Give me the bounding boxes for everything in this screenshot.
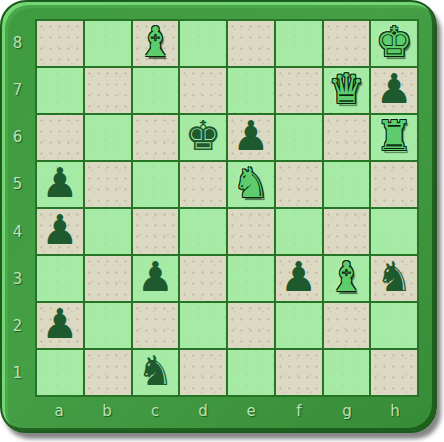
square-b4[interactable] (85, 209, 131, 254)
piece-black-pawn[interactable]: ♟ (41, 304, 78, 345)
file-label-h: h (371, 397, 419, 425)
square-a7[interactable] (37, 68, 83, 113)
square-b3[interactable] (85, 256, 131, 301)
piece-black-knight[interactable]: ♞ (137, 351, 174, 392)
square-c2[interactable] (133, 303, 179, 348)
piece-white-queen[interactable]: ♛ (328, 69, 365, 110)
square-g6[interactable] (324, 115, 370, 160)
square-g1[interactable] (324, 350, 370, 395)
square-h5[interactable] (371, 162, 417, 207)
square-f6[interactable] (276, 115, 322, 160)
square-d3[interactable] (180, 256, 226, 301)
square-d4[interactable] (180, 209, 226, 254)
square-f1[interactable] (276, 350, 322, 395)
rank-label-8: 8 (0, 19, 35, 66)
square-h7[interactable]: ♟ (371, 68, 417, 113)
square-a4[interactable]: ♟ (37, 209, 83, 254)
piece-white-bishop[interactable]: ♝ (328, 257, 365, 298)
piece-black-knight[interactable]: ♞ (376, 257, 413, 298)
square-c7[interactable] (133, 68, 179, 113)
square-b1[interactable] (85, 350, 131, 395)
square-b6[interactable] (85, 115, 131, 160)
square-g2[interactable] (324, 303, 370, 348)
square-a3[interactable] (37, 256, 83, 301)
rank-label-1: 1 (0, 350, 35, 397)
file-label-c: c (131, 397, 179, 425)
file-label-b: b (83, 397, 131, 425)
square-e7[interactable] (228, 68, 274, 113)
square-a1[interactable] (37, 350, 83, 395)
square-b8[interactable] (85, 21, 131, 66)
square-d7[interactable] (180, 68, 226, 113)
square-f4[interactable] (276, 209, 322, 254)
square-h2[interactable] (371, 303, 417, 348)
rank-label-2: 2 (0, 303, 35, 350)
file-label-e: e (227, 397, 275, 425)
square-c6[interactable] (133, 115, 179, 160)
square-d1[interactable] (180, 350, 226, 395)
square-e4[interactable] (228, 209, 274, 254)
square-b5[interactable] (85, 162, 131, 207)
file-label-d: d (179, 397, 227, 425)
square-f3[interactable]: ♟ (276, 256, 322, 301)
square-g4[interactable] (324, 209, 370, 254)
rank-labels: 87654321 (0, 19, 35, 397)
square-a2[interactable]: ♟ (37, 303, 83, 348)
piece-black-pawn[interactable]: ♟ (232, 116, 269, 157)
square-a5[interactable]: ♟ (37, 162, 83, 207)
piece-white-bishop[interactable]: ♝ (137, 22, 174, 63)
square-c3[interactable]: ♟ (133, 256, 179, 301)
square-e5[interactable]: ♞ (228, 162, 274, 207)
piece-white-rook[interactable]: ♜ (376, 116, 413, 157)
square-g7[interactable]: ♛ (324, 68, 370, 113)
square-g5[interactable] (324, 162, 370, 207)
rank-label-7: 7 (0, 66, 35, 113)
square-b2[interactable] (85, 303, 131, 348)
square-c1[interactable]: ♞ (133, 350, 179, 395)
rank-label-5: 5 (0, 161, 35, 208)
square-g3[interactable]: ♝ (324, 256, 370, 301)
square-h8[interactable]: ♚ (371, 21, 417, 66)
square-c8[interactable]: ♝ (133, 21, 179, 66)
piece-black-pawn[interactable]: ♟ (41, 163, 78, 204)
piece-black-king[interactable]: ♚ (185, 116, 222, 157)
square-h4[interactable] (371, 209, 417, 254)
square-a8[interactable] (37, 21, 83, 66)
square-c5[interactable] (133, 162, 179, 207)
chess-app: 87654321 abcdefgh ♝♚♛♟♚♟♜♟♞♟♟♟♝♞♟♞ (0, 0, 444, 442)
square-d5[interactable] (180, 162, 226, 207)
square-e3[interactable] (228, 256, 274, 301)
square-f5[interactable] (276, 162, 322, 207)
rank-label-3: 3 (0, 255, 35, 302)
square-g8[interactable] (324, 21, 370, 66)
file-label-f: f (275, 397, 323, 425)
square-e6[interactable]: ♟ (228, 115, 274, 160)
piece-black-pawn[interactable]: ♟ (280, 257, 317, 298)
square-e1[interactable] (228, 350, 274, 395)
piece-white-king[interactable]: ♚ (376, 22, 413, 63)
rank-label-6: 6 (0, 114, 35, 161)
piece-black-pawn[interactable]: ♟ (137, 257, 174, 298)
square-f7[interactable] (276, 68, 322, 113)
square-b7[interactable] (85, 68, 131, 113)
square-a6[interactable] (37, 115, 83, 160)
piece-black-pawn[interactable]: ♟ (41, 210, 78, 251)
square-f2[interactable] (276, 303, 322, 348)
file-labels: abcdefgh (35, 397, 419, 425)
square-d6[interactable]: ♚ (180, 115, 226, 160)
square-e2[interactable] (228, 303, 274, 348)
chess-board: ♝♚♛♟♚♟♜♟♞♟♟♟♝♞♟♞ (35, 19, 419, 397)
file-label-g: g (323, 397, 371, 425)
square-e8[interactable] (228, 21, 274, 66)
square-h1[interactable] (371, 350, 417, 395)
piece-black-pawn[interactable]: ♟ (376, 69, 413, 110)
square-c4[interactable] (133, 209, 179, 254)
square-h6[interactable]: ♜ (371, 115, 417, 160)
file-label-a: a (35, 397, 83, 425)
square-h3[interactable]: ♞ (371, 256, 417, 301)
rank-label-4: 4 (0, 208, 35, 255)
piece-white-knight[interactable]: ♞ (232, 163, 269, 204)
square-d8[interactable] (180, 21, 226, 66)
square-d2[interactable] (180, 303, 226, 348)
square-f8[interactable] (276, 21, 322, 66)
